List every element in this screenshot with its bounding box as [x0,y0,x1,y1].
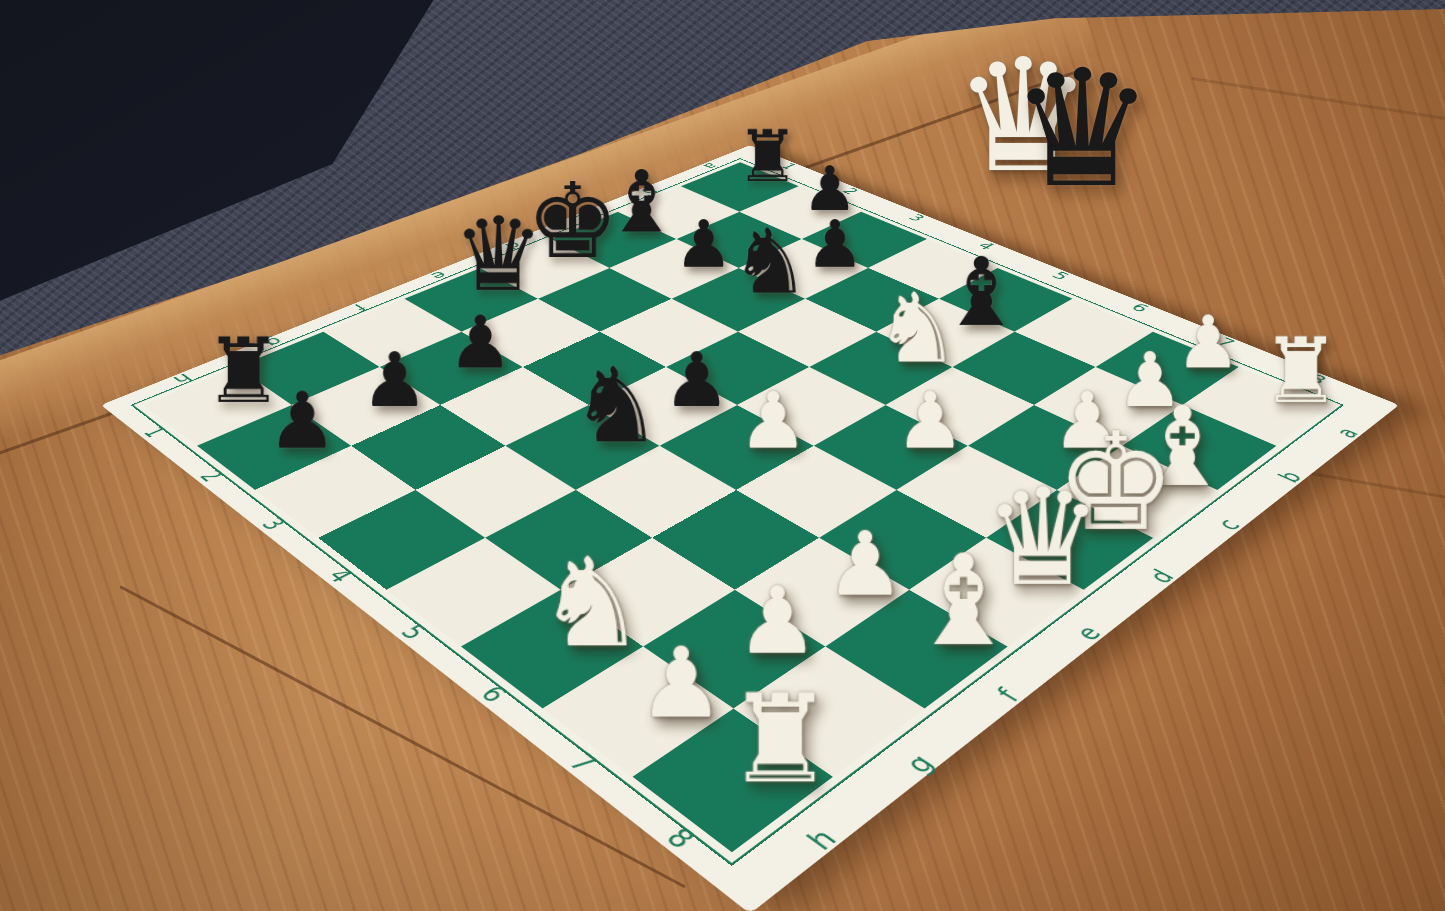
piece-black-knight-f4[interactable]: ♞ [569,345,662,466]
piece-white-pawn-e5[interactable]: ♟ [738,375,808,466]
piece-black-pawn-g2[interactable]: ♟ [361,336,428,423]
piece-black-pawn-h2[interactable]: ♟ [267,375,337,466]
piece-white-pawn-f7[interactable]: ♟ [825,512,904,615]
spare-black-queen[interactable]: ♛ [1004,48,1160,210]
piece-white-bishop-f8[interactable]: ♝ [907,528,1019,675]
piece-white-rook-a8[interactable]: ♜ [1261,319,1341,424]
piece-white-knight-c5[interactable]: ♞ [874,272,960,384]
piece-black-pawn-b3[interactable]: ♟ [805,206,864,282]
piece-white-knight-h6[interactable]: ♞ [536,531,646,674]
piece-white-rook-h8[interactable]: ♜ [725,668,834,810]
piece-black-pawn-f2[interactable]: ♟ [447,300,512,384]
piece-black-pawn-e4[interactable]: ♟ [663,336,730,423]
piece-black-knight-c3[interactable]: ♞ [730,210,810,314]
piece-white-pawn-h7[interactable]: ♟ [637,626,724,739]
photo-scene: hgfedcba hgfedcba 12345678 12345678 ♜♛♚♝… [0,0,1445,911]
square-d6[interactable]: ♟ [814,405,968,490]
piece-black-pawn-c2[interactable]: ♟ [674,206,733,282]
piece-white-pawn-d6[interactable]: ♟ [895,375,965,466]
piece-white-pawn-g7[interactable]: ♟ [735,567,818,675]
